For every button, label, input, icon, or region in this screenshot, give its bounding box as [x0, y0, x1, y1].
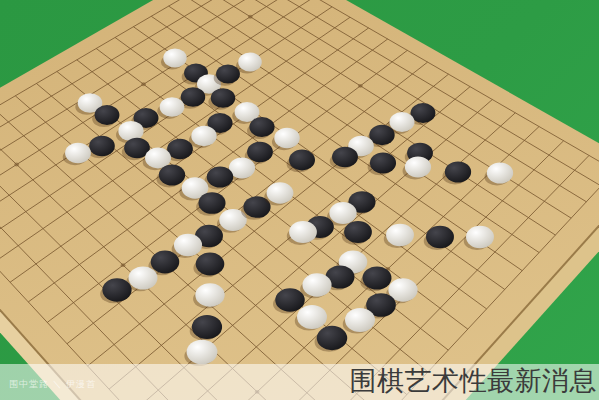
stone-black [370, 153, 396, 174]
stone-black [247, 142, 273, 163]
stone-black [411, 103, 436, 123]
stone-white [267, 182, 294, 203]
stone-black [151, 251, 180, 274]
stone-black [363, 266, 392, 289]
stone-white [238, 53, 262, 72]
hoshi-point [358, 84, 363, 88]
stone-white [297, 305, 327, 329]
stone-white [195, 283, 224, 307]
news-caption: 围棋艺术性最新消息 [350, 363, 598, 400]
stone-black [317, 326, 347, 350]
stone-black [289, 150, 315, 171]
stone-black [249, 117, 274, 137]
stone-black [369, 125, 394, 145]
stone-black [192, 315, 222, 339]
stone-black [211, 88, 235, 108]
stone-white [187, 340, 218, 365]
stone-black [89, 136, 115, 157]
stone-black [275, 288, 305, 312]
stone-white [160, 97, 185, 117]
stone-black [445, 161, 471, 182]
hoshi-point [121, 263, 126, 267]
stone-black [102, 278, 131, 301]
stone-black [198, 192, 225, 214]
stone-white [289, 221, 317, 243]
stone-white [405, 157, 431, 178]
stone-black [95, 105, 120, 125]
stone-white [274, 128, 299, 148]
stone-white [163, 49, 186, 68]
stone-white [389, 112, 414, 132]
stone-black [332, 147, 358, 168]
stone-white [466, 226, 494, 248]
watermark-text: 围中堂路 ＼ 伊漫首 [9, 378, 96, 391]
stone-black [344, 221, 372, 243]
stone-white [487, 162, 513, 183]
stone-white [129, 266, 158, 289]
stone-white [174, 234, 202, 257]
stone-white [191, 126, 216, 146]
hoshi-point [248, 15, 253, 19]
stone-white [302, 273, 331, 296]
go-photo-scene: 围中堂路 ＼ 伊漫首 围棋艺术性最新消息 [0, 0, 599, 400]
stone-black [196, 253, 225, 276]
stone-black [207, 166, 233, 187]
stone-black [159, 164, 185, 185]
stone-black [426, 226, 454, 248]
stone-black [167, 139, 193, 160]
stone-white [65, 143, 91, 164]
hoshi-point [14, 163, 19, 167]
stone-white [329, 202, 356, 224]
stone-white [386, 224, 414, 246]
go-board [0, 0, 599, 400]
hoshi-point [141, 82, 146, 86]
stone-black [181, 87, 205, 107]
stone-white [345, 308, 375, 332]
